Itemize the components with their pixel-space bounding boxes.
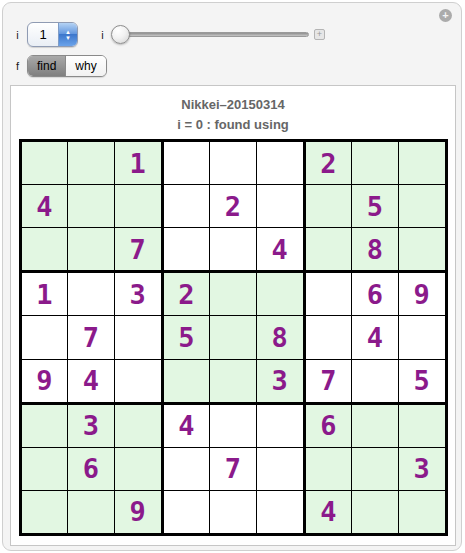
sudoku-block-2-2: 634 [306,405,445,533]
sudoku-cell-r3c5 [210,228,256,270]
sudoku-cell-r1c1 [22,142,68,184]
sudoku-cell-r4c8: 6 [352,273,398,315]
sudoku-block-2-1: 47 [164,405,303,533]
sudoku-cell-r4c1: 1 [22,273,68,315]
stepper-down-icon: ▼ [65,35,71,41]
sudoku-cell-r9c1 [22,491,68,533]
sudoku-cell-r4c3: 3 [115,273,161,315]
sudoku-cell-r4c9: 9 [399,273,445,315]
sudoku-cell-r5c3 [115,316,161,358]
puzzle-subtitle: i = 0 : found using [11,117,455,132]
sudoku-cell-r7c3 [115,405,161,447]
puzzle-title: Nikkei–20150314 [11,97,455,112]
sudoku-cell-r6c4 [164,360,210,402]
sudoku-cell-r1c5 [210,142,256,184]
sudoku-cell-r2c2 [68,185,114,227]
sudoku-cell-r1c8 [352,142,398,184]
sudoku-cell-r8c9: 3 [399,448,445,490]
sudoku-cell-r3c4 [164,228,210,270]
sudoku-cell-r9c8 [352,491,398,533]
sudoku-cell-r9c4 [164,491,210,533]
slider-expand-button[interactable]: + [314,29,325,40]
sudoku-cell-r5c6: 8 [257,316,303,358]
sudoku-cell-r1c9 [399,142,445,184]
sudoku-cell-r2c8: 5 [352,185,398,227]
index-popup-menu[interactable]: 1 ▲ ▼ [27,22,78,47]
toggle-label: f [14,60,21,72]
sudoku-cell-r5c5 [210,316,256,358]
sudoku-cell-r8c8 [352,448,398,490]
sudoku-cell-r8c1 [22,448,68,490]
sudoku-cell-r4c2 [68,273,114,315]
sudoku-cell-r3c7 [306,228,352,270]
display-panel: Nikkei–20150314 i = 0 : found using 1472… [10,85,456,546]
sudoku-cell-r3c9 [399,228,445,270]
sudoku-block-2-0: 369 [22,405,161,533]
sudoku-cell-r5c7 [306,316,352,358]
expand-plus-icon[interactable]: + [439,9,452,22]
sudoku-cell-r2c3 [115,185,161,227]
i-slider-thumb[interactable] [111,25,130,44]
slider-label: i [99,29,106,41]
sudoku-cell-r9c2 [68,491,114,533]
sudoku-cell-r2c9 [399,185,445,227]
sudoku-cell-r4c7 [306,273,352,315]
sudoku-cell-r7c1 [22,405,68,447]
sudoku-cell-r5c1 [22,316,68,358]
sudoku-cell-r1c4 [164,142,210,184]
sudoku-cell-r9c3: 9 [115,491,161,533]
sudoku-cell-r1c2 [68,142,114,184]
sudoku-cell-r2c4 [164,185,210,227]
sudoku-cell-r5c9 [399,316,445,358]
sudoku-cell-r2c7 [306,185,352,227]
sudoku-cell-r4c6 [257,273,303,315]
sudoku-cell-r4c4: 2 [164,273,210,315]
sudoku-cell-r2c6 [257,185,303,227]
sudoku-cell-r3c3: 7 [115,228,161,270]
sudoku-block-1-2: 69475 [306,273,445,401]
sudoku-cell-r5c8: 4 [352,316,398,358]
sudoku-cell-r1c3: 1 [115,142,161,184]
sudoku-cell-r9c7: 4 [306,491,352,533]
sudoku-cell-r6c6: 3 [257,360,303,402]
sudoku-block-0-1: 24 [164,142,303,270]
sudoku-cell-r2c5: 2 [210,185,256,227]
i-slider-track[interactable] [112,32,309,37]
popup-slider-row: i 1 ▲ ▼ i + [14,22,461,47]
sudoku-cell-r9c6 [257,491,303,533]
sudoku-cell-r5c2: 7 [68,316,114,358]
sudoku-cell-r8c3 [115,448,161,490]
sudoku-block-0-0: 147 [22,142,161,270]
sudoku-cell-r1c7: 2 [306,142,352,184]
toggle-row: f find why [14,55,461,77]
sudoku-block-0-2: 258 [306,142,445,270]
sudoku-cell-r9c5 [210,491,256,533]
why-button[interactable]: why [65,56,105,76]
manipulate-frame: + i 1 ▲ ▼ i + f find why [2,2,462,551]
sudoku-cell-r6c9: 5 [399,360,445,402]
sudoku-block-1-1: 2583 [164,273,303,401]
sudoku-cell-r6c1: 9 [22,360,68,402]
sudoku-cell-r6c7: 7 [306,360,352,402]
sudoku-cell-r8c6 [257,448,303,490]
slider-group: i + [99,29,325,41]
sudoku-cell-r8c5: 7 [210,448,256,490]
sudoku-cell-r3c1 [22,228,68,270]
sudoku-cell-r8c4 [164,448,210,490]
popup-stepper[interactable]: ▲ ▼ [58,23,77,46]
popup-selected-value: 1 [28,23,58,46]
controls-area: i 1 ▲ ▼ i + f find why [3,3,461,77]
sudoku-cell-r8c2: 6 [68,448,114,490]
sudoku-cell-r7c4: 4 [164,405,210,447]
sudoku-board: 147242581379425836947536947634 [19,139,448,536]
sudoku-cell-r2c1: 4 [22,185,68,227]
popup-label: i [14,29,21,41]
sudoku-cell-r9c9 [399,491,445,533]
sudoku-block-1-0: 13794 [22,273,161,401]
sudoku-cell-r4c5 [210,273,256,315]
sudoku-cell-r3c8: 8 [352,228,398,270]
find-why-toggle: find why [27,55,107,77]
sudoku-cell-r7c9 [399,405,445,447]
sudoku-cell-r1c6 [257,142,303,184]
sudoku-cell-r3c2 [68,228,114,270]
sudoku-cell-r5c4: 5 [164,316,210,358]
sudoku-cell-r6c5 [210,360,256,402]
sudoku-cell-r6c3 [115,360,161,402]
find-button[interactable]: find [28,56,65,76]
sudoku-cell-r3c6: 4 [257,228,303,270]
sudoku-cell-r6c8 [352,360,398,402]
sudoku-cell-r6c2: 4 [68,360,114,402]
sudoku-cell-r7c7: 6 [306,405,352,447]
sudoku-cell-r7c2: 3 [68,405,114,447]
sudoku-cell-r7c6 [257,405,303,447]
sudoku-cell-r7c8 [352,405,398,447]
sudoku-cell-r7c5 [210,405,256,447]
sudoku-cell-r8c7 [306,448,352,490]
